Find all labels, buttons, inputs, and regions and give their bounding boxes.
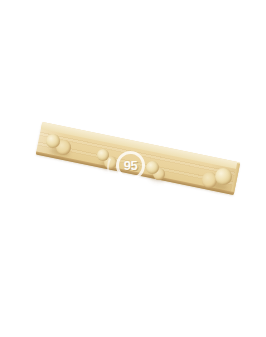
watermark-ring-icon: 95 xyxy=(116,151,145,180)
peg-knob xyxy=(215,168,232,185)
product-photo: 95 xyxy=(0,0,266,337)
peg-knob xyxy=(46,134,60,148)
watermark-text: 95 xyxy=(124,159,137,172)
